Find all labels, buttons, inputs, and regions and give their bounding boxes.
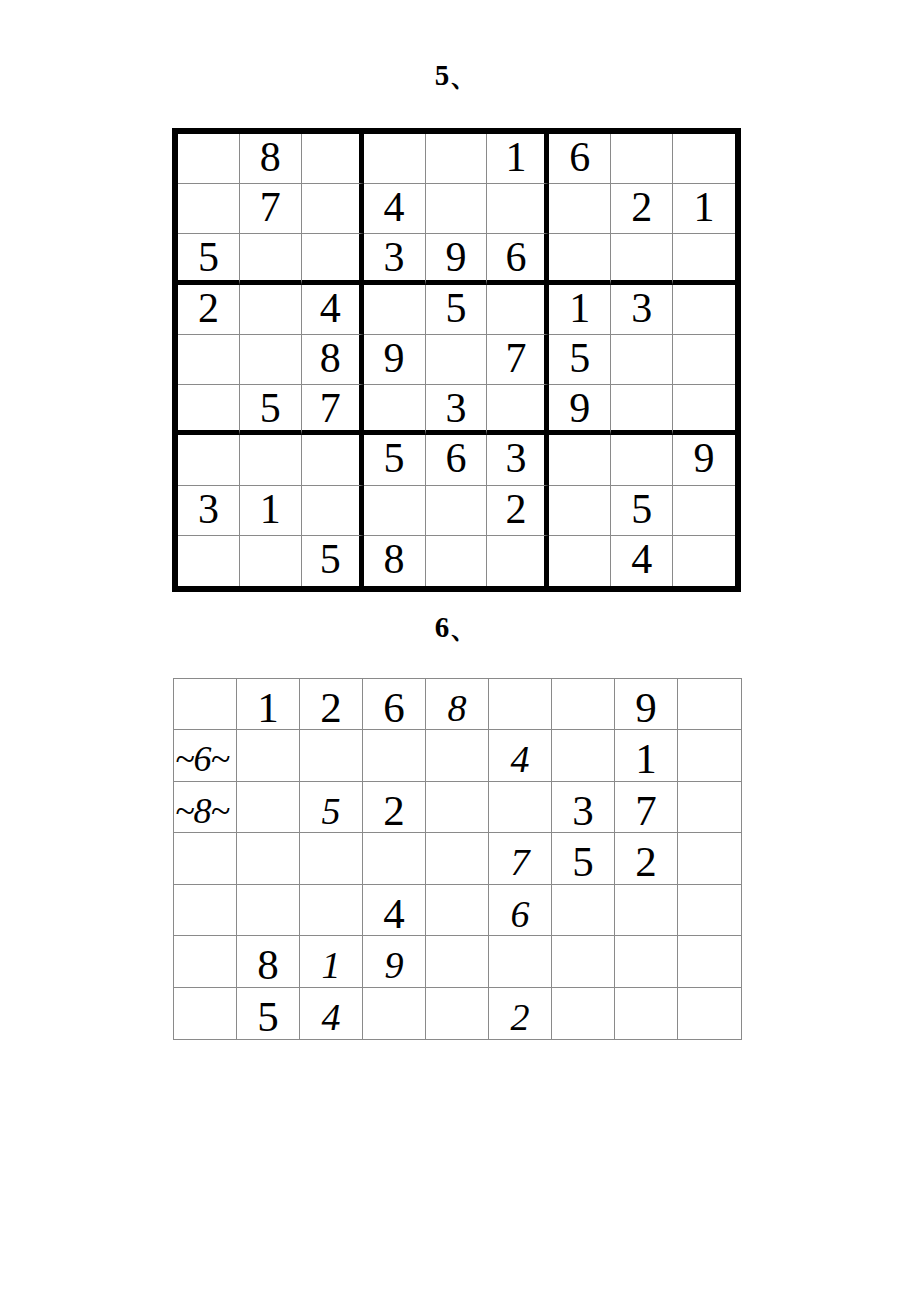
given-digit: 6 (511, 885, 530, 933)
puzzle-5-cell-r4c4[interactable] (364, 285, 426, 335)
given-digit: 8 (320, 335, 341, 379)
puzzle-5-cell-r5c4: 9 (364, 335, 426, 385)
puzzle-5-cell-r6c6[interactable] (487, 385, 549, 435)
puzzle-5-cell-r8c6: 2 (487, 486, 549, 536)
puzzle-5-cell-r1c3[interactable] (302, 134, 364, 184)
given-digit: 7 (635, 782, 657, 832)
puzzle-6-cell-r6c9[interactable] (678, 936, 741, 987)
puzzle-5-cell-r5c2[interactable] (240, 335, 302, 385)
puzzle-6-cell-r2c1: ~6~ (174, 730, 237, 781)
given-digit: 9 (635, 679, 657, 729)
puzzle-5-cell-r1c7: 6 (549, 134, 611, 184)
given-digit: 3 (445, 385, 466, 429)
puzzle-6-cell-r1c5: 8 (426, 679, 489, 730)
puzzle-6-cell-r5c4: 4 (363, 885, 426, 936)
puzzle-6-cell-r7c7[interactable] (552, 988, 615, 1039)
given-digit: 5 (569, 335, 590, 379)
puzzle-6-cell-r6c7[interactable] (552, 936, 615, 987)
given-digit: 7 (320, 385, 341, 429)
puzzle-5-cell-r7c5: 6 (426, 435, 488, 485)
puzzle-6-cell-r3c3: 5 (300, 782, 363, 833)
puzzle-6-cell-r4c3[interactable] (300, 833, 363, 884)
puzzle-6-cell-r3c4: 2 (363, 782, 426, 833)
puzzle-5-cell-r5c9[interactable] (673, 335, 735, 385)
puzzle-6-cell-r5c8[interactable] (615, 885, 678, 936)
given-digit: 8 (384, 536, 405, 580)
puzzle-5-cell-r2c2: 7 (240, 184, 302, 234)
given-digit: 1 (322, 936, 341, 984)
puzzle-5-cell-r9c2[interactable] (240, 536, 302, 586)
given-digit: 3 (572, 782, 594, 832)
puzzle-6-cell-r4c6: 7 (489, 833, 552, 884)
given-digit: 5 (260, 385, 281, 429)
given-digit: 4 (511, 730, 530, 778)
puzzle-6-cell-r7c4[interactable] (363, 988, 426, 1039)
puzzle-5-cell-r2c1[interactable] (178, 184, 240, 234)
worksheet-page: 5、 81674215396245138975573956393125584 6… (0, 0, 920, 1302)
puzzle-6-cell-r6c4: 9 (363, 936, 426, 987)
puzzle-5-cell-r9c7[interactable] (549, 536, 611, 586)
puzzle-5-cell-r7c2[interactable] (240, 435, 302, 485)
given-digit: 2 (505, 486, 526, 530)
given-digit: 4 (383, 885, 405, 935)
puzzle-5-cell-r5c5[interactable] (426, 335, 488, 385)
given-digit: 6 (445, 435, 466, 479)
puzzle-6-cell-r3c6[interactable] (489, 782, 552, 833)
puzzle-6-cell-r7c1[interactable] (174, 988, 237, 1039)
puzzle-6-cell-r4c9[interactable] (678, 833, 741, 884)
given-digit: 5 (320, 536, 341, 580)
given-digit: 4 (384, 184, 405, 228)
puzzle-5-cell-r8c4[interactable] (364, 486, 426, 536)
puzzle-5-cell-r1c6: 1 (487, 134, 549, 184)
puzzle-6-cell-r1c1[interactable] (174, 679, 237, 730)
given-digit: 8 (260, 134, 281, 178)
puzzle-5-cell-r3c4: 3 (364, 234, 426, 284)
given-digit: 3 (384, 234, 405, 278)
puzzle-5-cell-r3c8[interactable] (611, 234, 673, 284)
puzzle-6-cell-r6c3: 1 (300, 936, 363, 987)
given-digit: 6 (569, 134, 590, 178)
puzzle-6-cell-r5c3[interactable] (300, 885, 363, 936)
puzzle-5-cell-r9c5[interactable] (426, 536, 488, 586)
puzzle-5-cell-r3c5: 9 (426, 234, 488, 284)
puzzle-5-cell-r4c6[interactable] (487, 285, 549, 335)
puzzle-6-cell-r2c6: 4 (489, 730, 552, 781)
puzzle-6-cell-r3c2[interactable] (237, 782, 300, 833)
puzzle-5-cell-r3c7[interactable] (549, 234, 611, 284)
given-digit: 9 (384, 335, 405, 379)
given-digit: 4 (631, 536, 652, 580)
puzzle-6-cell-r6c5[interactable] (426, 936, 489, 987)
puzzle-5-cell-r1c5[interactable] (426, 134, 488, 184)
given-digit: 1 (505, 134, 526, 178)
puzzle-6-cell-r7c8[interactable] (615, 988, 678, 1039)
given-digit: 5 (384, 435, 405, 479)
given-digit: 7 (505, 335, 526, 379)
puzzle-5-cell-r7c1[interactable] (178, 435, 240, 485)
puzzle-5-cell-r9c3: 5 (302, 536, 364, 586)
puzzle-6-cell-r5c9[interactable] (678, 885, 741, 936)
given-digit: 5 (198, 234, 219, 278)
given-digit: 8 (257, 936, 279, 986)
given-digit: 9 (569, 385, 590, 429)
puzzle-5-cell-r5c8[interactable] (611, 335, 673, 385)
puzzle-5-cell-r8c1: 3 (178, 486, 240, 536)
given-digit: 2 (320, 679, 342, 729)
puzzle-5-cell-r2c4: 4 (364, 184, 426, 234)
puzzle-5-cell-r6c8[interactable] (611, 385, 673, 435)
puzzle-6-cell-r6c8[interactable] (615, 936, 678, 987)
puzzle-5-cell-r9c4: 8 (364, 536, 426, 586)
puzzle-5-cell-r8c3[interactable] (302, 486, 364, 536)
puzzle-6-cell-r6c2: 8 (237, 936, 300, 987)
given-digit: 7 (260, 184, 281, 228)
puzzle-5-cell-r1c1[interactable] (178, 134, 240, 184)
given-digit: 3 (505, 435, 526, 479)
puzzle-5-cell-r2c7[interactable] (549, 184, 611, 234)
puzzle-5-cell-r6c4[interactable] (364, 385, 426, 435)
puzzle-5-cell-r4c1: 2 (178, 285, 240, 335)
puzzle-5-cell-r4c3: 4 (302, 285, 364, 335)
puzzle-5-cell-r1c8[interactable] (611, 134, 673, 184)
puzzle-6-cell-r3c8: 7 (615, 782, 678, 833)
given-digit: 5 (631, 486, 652, 530)
puzzle-5-cell-r8c9[interactable] (673, 486, 735, 536)
puzzle-6-cell-r1c3: 2 (300, 679, 363, 730)
given-digit: 4 (320, 285, 341, 329)
puzzle-5-cell-r6c7: 9 (549, 385, 611, 435)
given-digit: 2 (198, 285, 219, 329)
puzzle-6-cell-r3c1: ~8~ (174, 782, 237, 833)
puzzle-6-cell-r4c7: 5 (552, 833, 615, 884)
puzzle-6-cell-r4c8: 2 (615, 833, 678, 884)
puzzle-6-cell-r2c8: 1 (615, 730, 678, 781)
puzzle-5-cell-r3c3[interactable] (302, 234, 364, 284)
puzzle-5-cell-r5c6: 7 (487, 335, 549, 385)
puzzle-6-cell-r2c7[interactable] (552, 730, 615, 781)
puzzle-5-cell-r8c7[interactable] (549, 486, 611, 536)
given-digit: 3 (631, 285, 652, 329)
given-digit: 9 (385, 936, 404, 984)
given-digit: 2 (631, 184, 652, 228)
puzzle-6-cell-r3c7: 3 (552, 782, 615, 833)
puzzle-6-cell-r5c1[interactable] (174, 885, 237, 936)
puzzle-6-cell-r3c5[interactable] (426, 782, 489, 833)
given-digit: 2 (383, 782, 405, 832)
puzzle-5-cell-r9c8: 4 (611, 536, 673, 586)
given-digit: 5 (445, 285, 466, 329)
puzzle-5-cell-r7c9: 9 (673, 435, 735, 485)
puzzle-5-cell-r2c9: 1 (673, 184, 735, 234)
puzzle-5-cell-r9c1[interactable] (178, 536, 240, 586)
puzzle-5-cell-r8c2: 1 (240, 486, 302, 536)
puzzle-6-cell-r3c9[interactable] (678, 782, 741, 833)
given-digit: ~8~ (175, 782, 229, 829)
puzzle-5-cell-r4c7: 1 (549, 285, 611, 335)
puzzle-6-cell-r6c6[interactable] (489, 936, 552, 987)
given-digit: 2 (511, 988, 530, 1036)
puzzle-5-cell-r7c3[interactable] (302, 435, 364, 485)
puzzle-6-cell-r2c2[interactable] (237, 730, 300, 781)
puzzle-5-cell-r6c9[interactable] (673, 385, 735, 435)
puzzle-5-cell-r7c8[interactable] (611, 435, 673, 485)
puzzle-6-cell-r2c4[interactable] (363, 730, 426, 781)
given-digit: 6 (505, 234, 526, 278)
puzzle-6-cell-r2c5[interactable] (426, 730, 489, 781)
puzzle-5-cell-r2c6[interactable] (487, 184, 549, 234)
puzzle-6-cell-r6c1[interactable] (174, 936, 237, 987)
given-digit: ~6~ (175, 730, 229, 777)
given-digit: 6 (383, 679, 405, 729)
puzzle-6-title: 6、 (172, 612, 741, 644)
puzzle-5-cell-r4c9[interactable] (673, 285, 735, 335)
puzzle-5-cell-r5c1[interactable] (178, 335, 240, 385)
puzzle-5-cell-r7c4: 5 (364, 435, 426, 485)
puzzle-5-cell-r6c5: 3 (426, 385, 488, 435)
given-digit: 8 (448, 679, 467, 727)
given-digit: 1 (694, 184, 715, 228)
puzzle-6-cell-r2c9[interactable] (678, 730, 741, 781)
puzzle-6-cell-r5c6: 6 (489, 885, 552, 936)
puzzle-6-cell-r7c9[interactable] (678, 988, 741, 1039)
given-digit: 1 (260, 486, 281, 530)
puzzle-5-cell-r9c9[interactable] (673, 536, 735, 586)
puzzle-6-cell-r1c2: 1 (237, 679, 300, 730)
puzzle-5-cell-r9c6[interactable] (487, 536, 549, 586)
puzzle-6-cell-r7c5[interactable] (426, 988, 489, 1039)
puzzle-6-cell-r7c3: 4 (300, 988, 363, 1039)
puzzle-5-cell-r8c5[interactable] (426, 486, 488, 536)
puzzle-6-cell-r1c9[interactable] (678, 679, 741, 730)
puzzle-6-cell-r5c7[interactable] (552, 885, 615, 936)
given-digit: 2 (635, 833, 657, 883)
given-digit: 1 (569, 285, 590, 329)
puzzle-6-cell-r4c5[interactable] (426, 833, 489, 884)
given-digit: 1 (257, 679, 279, 729)
given-digit: 1 (635, 730, 657, 780)
puzzle-6-cell-r1c7[interactable] (552, 679, 615, 730)
puzzle-6-cell-r4c4[interactable] (363, 833, 426, 884)
puzzle-5-cell-r2c3[interactable] (302, 184, 364, 234)
given-digit: 5 (257, 988, 279, 1038)
sudoku-grid-6: 12689~6~41~8~523775246819542 (173, 678, 742, 1040)
puzzle-5-title: 5、 (172, 60, 741, 92)
puzzle-5-cell-r1c4[interactable] (364, 134, 426, 184)
puzzle-6-cell-r4c1[interactable] (174, 833, 237, 884)
puzzle-5-cell-r7c7[interactable] (549, 435, 611, 485)
puzzle-5-cell-r8c8: 5 (611, 486, 673, 536)
given-digit: 5 (322, 782, 341, 830)
puzzle-6-cell-r4c2[interactable] (237, 833, 300, 884)
puzzle-6-cell-r7c6: 2 (489, 988, 552, 1039)
puzzle-5-cell-r3c1: 5 (178, 234, 240, 284)
puzzle-5-cell-r4c2[interactable] (240, 285, 302, 335)
given-digit: 7 (511, 833, 530, 881)
puzzle-5-cell-r1c9[interactable] (673, 134, 735, 184)
puzzle-6-cell-r1c8: 9 (615, 679, 678, 730)
puzzle-5-cell-r6c3: 7 (302, 385, 364, 435)
puzzle-6-cell-r5c2[interactable] (237, 885, 300, 936)
puzzle-6-cell-r1c4: 6 (363, 679, 426, 730)
given-digit: 9 (445, 234, 466, 278)
puzzle-5-cell-r5c7: 5 (549, 335, 611, 385)
puzzle-5-cell-r2c8: 2 (611, 184, 673, 234)
puzzle-5-cell-r7c6: 3 (487, 435, 549, 485)
puzzle-6-cell-r2c3[interactable] (300, 730, 363, 781)
puzzle-5-cell-r6c1[interactable] (178, 385, 240, 435)
given-digit: 9 (694, 435, 715, 479)
given-digit: 5 (572, 833, 594, 883)
puzzle-5-cell-r1c2: 8 (240, 134, 302, 184)
puzzle-5-cell-r4c8: 3 (611, 285, 673, 335)
puzzle-5-cell-r4c5: 5 (426, 285, 488, 335)
puzzle-5-cell-r3c2[interactable] (240, 234, 302, 284)
puzzle-5-cell-r5c3: 8 (302, 335, 364, 385)
given-digit: 3 (198, 486, 219, 530)
puzzle-6-cell-r1c6[interactable] (489, 679, 552, 730)
puzzle-6-cell-r5c5[interactable] (426, 885, 489, 936)
puzzle-6-cell-r7c2: 5 (237, 988, 300, 1039)
puzzle-5-cell-r3c9[interactable] (673, 234, 735, 284)
puzzle-5-cell-r6c2: 5 (240, 385, 302, 435)
given-digit: 4 (322, 988, 341, 1036)
sudoku-grid-5: 81674215396245138975573956393125584 (172, 128, 741, 592)
puzzle-5-cell-r3c6: 6 (487, 234, 549, 284)
puzzle-5-cell-r2c5[interactable] (426, 184, 488, 234)
